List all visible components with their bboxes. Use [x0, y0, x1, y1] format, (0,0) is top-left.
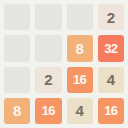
tile-8-r4c1: 8	[4, 98, 30, 124]
tile-4-r4c3: 4	[67, 98, 93, 124]
empty-cell-r1c2	[35, 4, 61, 30]
empty-cell-r2c2	[35, 35, 61, 61]
tile-16-r3c3: 16	[67, 67, 93, 93]
tile-16-r4c4: 16	[98, 98, 124, 124]
tile-4-r3c4: 4	[98, 67, 124, 93]
tile-8-r2c3: 8	[67, 35, 93, 61]
board-2048[interactable]: 28322164816416	[0, 0, 128, 128]
tile-2-r1c4: 2	[98, 4, 124, 30]
empty-cell-r3c1	[4, 67, 30, 93]
empty-cell-r1c1	[4, 4, 30, 30]
empty-cell-r2c1	[4, 35, 30, 61]
tile-32-r2c4: 32	[98, 35, 124, 61]
tile-2-r3c2: 2	[35, 67, 61, 93]
tile-16-r4c2: 16	[35, 98, 61, 124]
empty-cell-r1c3	[67, 4, 93, 30]
